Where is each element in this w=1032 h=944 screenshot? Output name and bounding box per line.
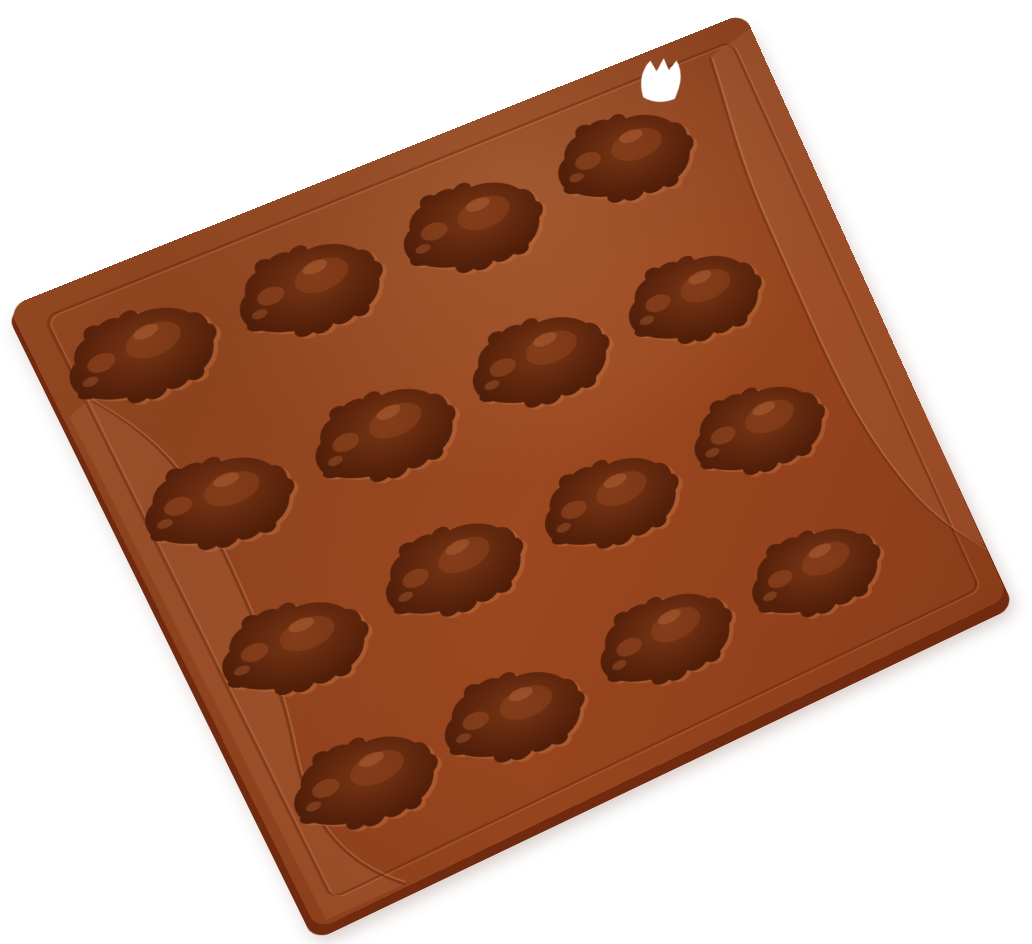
product-photo-stage	[0, 0, 1032, 944]
mold-face-svg	[8, 13, 1008, 930]
silicone-mold	[8, 13, 1008, 930]
